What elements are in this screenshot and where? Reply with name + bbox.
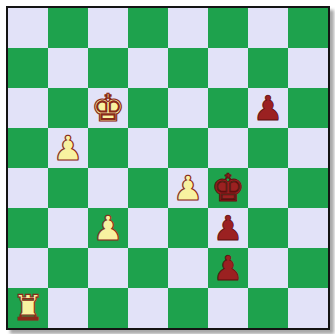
square-a4[interactable] [8, 168, 48, 208]
square-e8[interactable] [168, 8, 208, 48]
square-c7[interactable] [88, 48, 128, 88]
square-c3[interactable]: ♟ [88, 208, 128, 248]
square-g7[interactable] [248, 48, 288, 88]
square-f8[interactable] [208, 8, 248, 48]
square-c1[interactable] [88, 288, 128, 328]
square-e6[interactable] [168, 88, 208, 128]
page-background: ♚♟♟♟♚♟♟♟♜ [0, 0, 335, 334]
piece-black-pawn-f2[interactable]: ♟ [213, 248, 243, 288]
square-b6[interactable] [48, 88, 88, 128]
square-h2[interactable] [288, 248, 328, 288]
square-f4[interactable]: ♚ [208, 168, 248, 208]
square-c4[interactable] [88, 168, 128, 208]
square-g8[interactable] [248, 8, 288, 48]
square-h4[interactable] [288, 168, 328, 208]
piece-white-pawn-b5[interactable]: ♟ [53, 128, 83, 168]
square-b2[interactable] [48, 248, 88, 288]
square-h5[interactable] [288, 128, 328, 168]
chess-board: ♚♟♟♟♚♟♟♟♜ [8, 8, 328, 328]
square-d6[interactable] [128, 88, 168, 128]
square-a1[interactable]: ♜ [8, 288, 48, 328]
square-c2[interactable] [88, 248, 128, 288]
square-g1[interactable] [248, 288, 288, 328]
square-h3[interactable] [288, 208, 328, 248]
square-a5[interactable] [8, 128, 48, 168]
square-a8[interactable] [8, 8, 48, 48]
piece-white-pawn-c3[interactable]: ♟ [93, 208, 123, 248]
square-h7[interactable] [288, 48, 328, 88]
piece-black-pawn-f3[interactable]: ♟ [213, 208, 243, 248]
chess-board-frame: ♚♟♟♟♚♟♟♟♜ [6, 6, 330, 330]
square-g3[interactable] [248, 208, 288, 248]
square-f1[interactable] [208, 288, 248, 328]
square-g2[interactable] [248, 248, 288, 288]
square-f5[interactable] [208, 128, 248, 168]
square-d8[interactable] [128, 8, 168, 48]
square-e5[interactable] [168, 128, 208, 168]
square-c5[interactable] [88, 128, 128, 168]
square-a6[interactable] [8, 88, 48, 128]
square-b1[interactable] [48, 288, 88, 328]
square-a2[interactable] [8, 248, 48, 288]
square-b3[interactable] [48, 208, 88, 248]
square-b7[interactable] [48, 48, 88, 88]
piece-white-king-c6[interactable]: ♚ [91, 88, 125, 128]
piece-black-king-f4[interactable]: ♚ [211, 168, 245, 208]
square-h1[interactable] [288, 288, 328, 328]
square-f2[interactable]: ♟ [208, 248, 248, 288]
piece-white-rook-a1[interactable]: ♜ [12, 288, 43, 328]
square-d2[interactable] [128, 248, 168, 288]
square-e3[interactable] [168, 208, 208, 248]
square-e2[interactable] [168, 248, 208, 288]
square-e7[interactable] [168, 48, 208, 88]
square-b8[interactable] [48, 8, 88, 48]
square-d1[interactable] [128, 288, 168, 328]
square-d5[interactable] [128, 128, 168, 168]
square-h6[interactable] [288, 88, 328, 128]
piece-white-pawn-e4[interactable]: ♟ [173, 168, 203, 208]
square-e1[interactable] [168, 288, 208, 328]
square-d3[interactable] [128, 208, 168, 248]
square-h8[interactable] [288, 8, 328, 48]
square-d4[interactable] [128, 168, 168, 208]
square-b4[interactable] [48, 168, 88, 208]
square-f6[interactable] [208, 88, 248, 128]
square-c6[interactable]: ♚ [88, 88, 128, 128]
square-g5[interactable] [248, 128, 288, 168]
square-f3[interactable]: ♟ [208, 208, 248, 248]
square-a3[interactable] [8, 208, 48, 248]
square-a7[interactable] [8, 48, 48, 88]
piece-black-pawn-g6[interactable]: ♟ [253, 88, 283, 128]
square-b5[interactable]: ♟ [48, 128, 88, 168]
square-e4[interactable]: ♟ [168, 168, 208, 208]
square-g4[interactable] [248, 168, 288, 208]
square-d7[interactable] [128, 48, 168, 88]
square-g6[interactable]: ♟ [248, 88, 288, 128]
square-f7[interactable] [208, 48, 248, 88]
square-c8[interactable] [88, 8, 128, 48]
